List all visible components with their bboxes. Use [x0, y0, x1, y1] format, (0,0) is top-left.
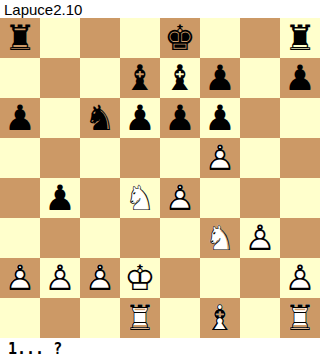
- square-b8[interactable]: [40, 18, 80, 58]
- square-g7[interactable]: [240, 58, 280, 98]
- square-b4[interactable]: ♟: [40, 178, 80, 218]
- square-f8[interactable]: [200, 18, 240, 58]
- square-b7[interactable]: [40, 58, 80, 98]
- black-knight: ♞: [80, 98, 120, 138]
- square-a1[interactable]: [0, 298, 40, 338]
- square-g5[interactable]: [240, 138, 280, 178]
- square-h4[interactable]: [280, 178, 320, 218]
- square-d7[interactable]: ♝: [120, 58, 160, 98]
- square-d1[interactable]: ♜♖: [120, 298, 160, 338]
- square-a7[interactable]: [0, 58, 40, 98]
- black-bishop: ♝: [120, 58, 160, 98]
- square-f4[interactable]: [200, 178, 240, 218]
- white-knight: ♞♘: [200, 218, 240, 258]
- square-e4[interactable]: ♟♙: [160, 178, 200, 218]
- black-pawn: ♟: [280, 58, 320, 98]
- square-e6[interactable]: ♟: [160, 98, 200, 138]
- square-g2[interactable]: [240, 258, 280, 298]
- square-d2[interactable]: ♚♔: [120, 258, 160, 298]
- square-g8[interactable]: [240, 18, 280, 58]
- square-f2[interactable]: [200, 258, 240, 298]
- square-f3[interactable]: ♞♘: [200, 218, 240, 258]
- white-pawn: ♟♙: [40, 258, 80, 298]
- square-d3[interactable]: [120, 218, 160, 258]
- white-rook: ♜♖: [120, 298, 160, 338]
- square-d5[interactable]: [120, 138, 160, 178]
- white-pawn: ♟♙: [280, 258, 320, 298]
- square-d4[interactable]: ♞♘: [120, 178, 160, 218]
- square-a3[interactable]: [0, 218, 40, 258]
- square-c2[interactable]: ♟♙: [80, 258, 120, 298]
- white-pawn: ♟♙: [200, 138, 240, 178]
- square-c3[interactable]: [80, 218, 120, 258]
- square-g4[interactable]: [240, 178, 280, 218]
- square-e5[interactable]: [160, 138, 200, 178]
- white-pawn: ♟♙: [80, 258, 120, 298]
- square-h8[interactable]: ♜: [280, 18, 320, 58]
- square-c5[interactable]: [80, 138, 120, 178]
- square-a5[interactable]: [0, 138, 40, 178]
- black-rook: ♜: [280, 18, 320, 58]
- square-b3[interactable]: [40, 218, 80, 258]
- chess-board: ♜♚♜♝♝♟♟♟♞♟♟♟♟♙♟♞♘♟♙♞♘♟♙♟♙♟♙♟♙♚♔♟♙♜♖♝♗♜♖: [0, 18, 320, 338]
- square-a6[interactable]: ♟: [0, 98, 40, 138]
- square-h5[interactable]: [280, 138, 320, 178]
- square-c4[interactable]: [80, 178, 120, 218]
- black-pawn: ♟: [0, 98, 40, 138]
- square-b2[interactable]: ♟♙: [40, 258, 80, 298]
- square-c7[interactable]: [80, 58, 120, 98]
- black-pawn: ♟: [200, 98, 240, 138]
- white-pawn: ♟♙: [160, 178, 200, 218]
- square-h6[interactable]: [280, 98, 320, 138]
- black-rook: ♜: [0, 18, 40, 58]
- window-title: Lapuce2.10: [4, 1, 82, 18]
- black-pawn: ♟: [120, 98, 160, 138]
- square-a2[interactable]: ♟♙: [0, 258, 40, 298]
- square-c1[interactable]: [80, 298, 120, 338]
- black-pawn: ♟: [160, 98, 200, 138]
- square-f1[interactable]: ♝♗: [200, 298, 240, 338]
- white-pawn: ♟♙: [0, 258, 40, 298]
- square-e1[interactable]: [160, 298, 200, 338]
- square-e7[interactable]: ♝: [160, 58, 200, 98]
- square-c8[interactable]: [80, 18, 120, 58]
- white-king: ♚♔: [120, 258, 160, 298]
- black-bishop: ♝: [160, 58, 200, 98]
- move-prompt: 1... ?: [8, 340, 62, 358]
- black-pawn: ♟: [40, 178, 80, 218]
- square-h7[interactable]: ♟: [280, 58, 320, 98]
- status-bar: 1... ?: [0, 338, 320, 360]
- square-h1[interactable]: ♜♖: [280, 298, 320, 338]
- white-bishop: ♝♗: [200, 298, 240, 338]
- square-d8[interactable]: [120, 18, 160, 58]
- square-c6[interactable]: ♞: [80, 98, 120, 138]
- square-f5[interactable]: ♟♙: [200, 138, 240, 178]
- title-bar: Lapuce2.10: [0, 0, 320, 18]
- square-g1[interactable]: [240, 298, 280, 338]
- black-king: ♚: [160, 18, 200, 58]
- square-f6[interactable]: ♟: [200, 98, 240, 138]
- square-d6[interactable]: ♟: [120, 98, 160, 138]
- square-e2[interactable]: [160, 258, 200, 298]
- square-e8[interactable]: ♚: [160, 18, 200, 58]
- square-b1[interactable]: [40, 298, 80, 338]
- white-pawn: ♟♙: [240, 218, 280, 258]
- black-pawn: ♟: [200, 58, 240, 98]
- square-a8[interactable]: ♜: [0, 18, 40, 58]
- square-b6[interactable]: [40, 98, 80, 138]
- square-h3[interactable]: [280, 218, 320, 258]
- square-a4[interactable]: [0, 178, 40, 218]
- white-knight: ♞♘: [120, 178, 160, 218]
- square-g3[interactable]: ♟♙: [240, 218, 280, 258]
- square-g6[interactable]: [240, 98, 280, 138]
- square-h2[interactable]: ♟♙: [280, 258, 320, 298]
- white-rook: ♜♖: [280, 298, 320, 338]
- square-e3[interactable]: [160, 218, 200, 258]
- square-b5[interactable]: [40, 138, 80, 178]
- square-f7[interactable]: ♟: [200, 58, 240, 98]
